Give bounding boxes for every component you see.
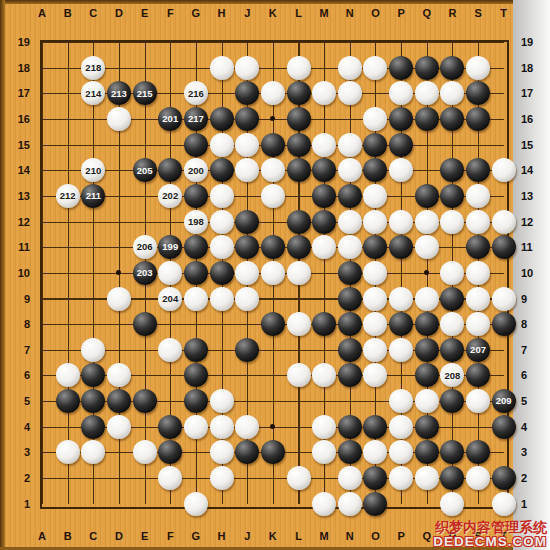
coord-label-left-1: 1 [8,497,30,511]
coord-label-top-J: J [234,7,260,19]
white-stone-S18[interactable] [466,56,490,80]
white-stone-O16[interactable] [363,107,387,131]
black-stone-R3[interactable] [440,440,464,464]
white-stone-K13[interactable] [261,184,285,208]
white-stone-N11[interactable] [338,235,362,259]
black-stone-R5[interactable] [440,389,464,413]
white-stone-J15[interactable] [235,133,259,157]
black-stone-K3[interactable] [261,440,285,464]
white-stone-C18[interactable]: 218 [81,56,105,80]
white-stone-Q2[interactable] [415,466,439,490]
black-stone-R18[interactable] [440,56,464,80]
black-stone-O15[interactable] [363,133,387,157]
move-number-217: 217 [188,114,204,124]
white-stone-M4[interactable] [312,415,336,439]
black-stone-L15[interactable] [287,133,311,157]
coord-label-right-10: 10 [521,266,543,280]
coord-label-right-17: 17 [521,86,543,100]
black-stone-C4[interactable] [81,415,105,439]
coord-label-right-5: 5 [521,394,543,408]
white-stone-P4[interactable] [389,415,413,439]
move-number-216: 216 [188,89,204,99]
coord-label-left-11: 11 [8,240,30,254]
black-stone-Q18[interactable] [415,56,439,80]
coord-label-right-1: 1 [521,497,543,511]
white-stone-E11[interactable]: 206 [133,235,157,259]
coord-label-top-Q: Q [414,7,440,19]
coord-label-right-18: 18 [521,61,543,75]
black-stone-E5[interactable] [133,389,157,413]
black-stone-J17[interactable] [235,81,259,105]
coord-label-left-7: 7 [8,343,30,357]
coord-label-left-13: 13 [8,189,30,203]
move-number-209: 209 [496,396,512,406]
coord-label-right-3: 3 [521,445,543,459]
white-stone-M11[interactable] [312,235,336,259]
white-stone-B3[interactable] [56,440,80,464]
coord-label-left-9: 9 [8,292,30,306]
white-stone-L10[interactable] [287,261,311,285]
coord-label-top-H: H [209,7,235,19]
white-stone-G1[interactable] [184,492,208,516]
move-number-201: 201 [162,114,178,124]
coord-label-bottom-H: H [209,530,235,542]
coord-label-bottom-K: K [260,530,286,542]
black-stone-F14[interactable] [158,158,182,182]
white-stone-R1[interactable] [440,492,464,516]
black-stone-T8[interactable] [492,312,516,336]
move-number-210: 210 [85,166,101,176]
coord-label-left-6: 6 [8,368,30,382]
black-stone-Q8[interactable] [415,312,439,336]
white-stone-C7[interactable] [81,338,105,362]
white-stone-P14[interactable] [389,158,413,182]
black-stone-O2[interactable] [363,466,387,490]
white-stone-G9[interactable] [184,287,208,311]
black-stone-S6[interactable] [466,363,490,387]
black-stone-G15[interactable] [184,133,208,157]
white-stone-E3[interactable] [133,440,157,464]
black-stone-E17[interactable]: 215 [133,81,157,105]
white-stone-D16[interactable] [107,107,131,131]
white-stone-D9[interactable] [107,287,131,311]
black-stone-G5[interactable] [184,389,208,413]
coord-label-top-S: S [465,7,491,19]
coord-label-bottom-P: P [388,530,414,542]
black-stone-J12[interactable] [235,210,259,234]
black-stone-R14[interactable] [440,158,464,182]
coord-label-top-P: P [388,7,414,19]
white-stone-O9[interactable] [363,287,387,311]
black-stone-O11[interactable] [363,235,387,259]
black-stone-C6[interactable] [81,363,105,387]
move-number-207: 207 [470,345,486,355]
coord-label-bottom-L: L [286,530,312,542]
coord-label-right-11: 11 [521,240,543,254]
black-stone-M13[interactable] [312,184,336,208]
white-stone-L6[interactable] [287,363,311,387]
watermark-chinese-text: 织梦内容管理系统 [433,520,547,535]
white-stone-P17[interactable] [389,81,413,105]
white-stone-R6[interactable]: 208 [440,363,464,387]
black-stone-S3[interactable] [466,440,490,464]
white-stone-J4[interactable] [235,415,259,439]
coord-label-right-6: 6 [521,368,543,382]
black-stone-Q6[interactable] [415,363,439,387]
white-stone-G4[interactable] [184,415,208,439]
black-stone-K8[interactable] [261,312,285,336]
black-stone-S16[interactable] [466,107,490,131]
white-stone-M6[interactable] [312,363,336,387]
white-stone-H12[interactable] [210,210,234,234]
black-stone-N6[interactable] [338,363,362,387]
white-stone-N18[interactable] [338,56,362,80]
white-stone-S10[interactable] [466,261,490,285]
black-stone-G13[interactable] [184,184,208,208]
coord-label-bottom-O: O [362,530,388,542]
white-stone-K10[interactable] [261,261,285,285]
white-stone-J14[interactable] [235,158,259,182]
move-number-202: 202 [162,191,178,201]
white-stone-F7[interactable] [158,338,182,362]
white-stone-N12[interactable] [338,210,362,234]
white-stone-P2[interactable] [389,466,413,490]
white-stone-J18[interactable] [235,56,259,80]
coord-label-top-A: A [29,7,55,19]
coord-label-left-12: 12 [8,215,30,229]
black-stone-R16[interactable] [440,107,464,131]
coord-label-top-N: N [337,7,363,19]
coord-label-left-17: 17 [8,86,30,100]
move-number-218: 218 [85,63,101,73]
white-stone-M17[interactable] [312,81,336,105]
coord-label-right-14: 14 [521,163,543,177]
coord-label-left-14: 14 [8,163,30,177]
black-stone-O14[interactable] [363,158,387,182]
coord-label-bottom-N: N [337,530,363,542]
black-stone-T2[interactable] [492,466,516,490]
white-stone-O8[interactable] [363,312,387,336]
white-stone-N1[interactable] [338,492,362,516]
coord-label-left-10: 10 [8,266,30,280]
black-stone-J3[interactable] [235,440,259,464]
white-stone-M1[interactable] [312,492,336,516]
white-stone-O18[interactable] [363,56,387,80]
coord-label-bottom-C: C [80,530,106,542]
coord-label-top-C: C [80,7,106,19]
white-stone-R10[interactable] [440,261,464,285]
white-stone-O7[interactable] [363,338,387,362]
white-stone-H18[interactable] [210,56,234,80]
white-stone-H4[interactable] [210,415,234,439]
black-stone-T11[interactable] [492,235,516,259]
white-stone-N15[interactable] [338,133,362,157]
star-point-K16 [270,116,275,121]
black-stone-N13[interactable] [338,184,362,208]
white-stone-H15[interactable] [210,133,234,157]
white-stone-G17[interactable]: 216 [184,81,208,105]
white-stone-R12[interactable] [440,210,464,234]
white-stone-Q17[interactable] [415,81,439,105]
black-stone-P18[interactable] [389,56,413,80]
move-number-212: 212 [60,191,76,201]
black-stone-G10[interactable] [184,261,208,285]
white-stone-D4[interactable] [107,415,131,439]
move-number-206: 206 [137,242,153,252]
coord-label-right-12: 12 [521,215,543,229]
black-stone-D17[interactable]: 213 [107,81,131,105]
star-point-D10 [116,270,121,275]
black-stone-C5[interactable] [81,389,105,413]
black-stone-B5[interactable] [56,389,80,413]
black-stone-T4[interactable] [492,415,516,439]
move-number-198: 198 [188,217,204,227]
white-stone-P9[interactable] [389,287,413,311]
white-stone-L8[interactable] [287,312,311,336]
coord-label-left-18: 18 [8,61,30,75]
white-stone-Q9[interactable] [415,287,439,311]
coord-label-left-19: 19 [8,35,30,49]
coord-label-top-T: T [491,7,517,19]
white-stone-P7[interactable] [389,338,413,362]
white-stone-K14[interactable] [261,158,285,182]
black-stone-R7[interactable] [440,338,464,362]
black-stone-L14[interactable] [287,158,311,182]
black-stone-Q13[interactable] [415,184,439,208]
white-stone-O10[interactable] [363,261,387,285]
black-stone-O1[interactable] [363,492,387,516]
black-stone-S7[interactable]: 207 [466,338,490,362]
move-number-205: 205 [137,166,153,176]
watermark: 织梦内容管理系统 DEDECMS.COM [433,520,547,549]
black-stone-J11[interactable] [235,235,259,259]
black-stone-E14[interactable]: 205 [133,158,157,182]
star-point-Q10 [424,270,429,275]
white-stone-B6[interactable] [56,363,80,387]
white-stone-F9[interactable]: 204 [158,287,182,311]
white-stone-J10[interactable] [235,261,259,285]
white-stone-P12[interactable] [389,210,413,234]
black-stone-Q4[interactable] [415,415,439,439]
white-stone-B13[interactable]: 212 [56,184,80,208]
white-stone-S9[interactable] [466,287,490,311]
move-number-208: 208 [444,371,460,381]
black-stone-M8[interactable] [312,312,336,336]
black-stone-N7[interactable] [338,338,362,362]
coord-label-top-E: E [132,7,158,19]
white-stone-S13[interactable] [466,184,490,208]
white-stone-P5[interactable] [389,389,413,413]
black-stone-P8[interactable] [389,312,413,336]
white-stone-H3[interactable] [210,440,234,464]
white-stone-T1[interactable] [492,492,516,516]
coord-label-right-13: 13 [521,189,543,203]
coord-label-bottom-A: A [29,530,55,542]
move-number-214: 214 [85,89,101,99]
black-stone-E10[interactable]: 203 [133,261,157,285]
black-stone-Q7[interactable] [415,338,439,362]
coord-label-bottom-J: J [234,530,260,542]
coord-label-top-D: D [106,7,132,19]
black-stone-F3[interactable] [158,440,182,464]
black-stone-G6[interactable] [184,363,208,387]
coord-label-left-5: 5 [8,394,30,408]
black-stone-Q16[interactable] [415,107,439,131]
white-stone-M3[interactable] [312,440,336,464]
black-stone-N10[interactable] [338,261,362,285]
black-stone-F11[interactable]: 199 [158,235,182,259]
white-stone-F13[interactable]: 202 [158,184,182,208]
white-stone-P3[interactable] [389,440,413,464]
black-stone-P15[interactable] [389,133,413,157]
coord-label-right-4: 4 [521,420,543,434]
white-stone-G12[interactable]: 198 [184,210,208,234]
black-stone-S14[interactable] [466,158,490,182]
black-stone-G7[interactable] [184,338,208,362]
star-point-K4 [270,424,275,429]
black-stone-K11[interactable] [261,235,285,259]
black-stone-H10[interactable] [210,261,234,285]
white-stone-N14[interactable] [338,158,362,182]
white-stone-O13[interactable] [363,184,387,208]
black-stone-R2[interactable] [440,466,464,490]
black-stone-Q3[interactable] [415,440,439,464]
white-stone-J9[interactable] [235,287,259,311]
move-number-199: 199 [162,242,178,252]
white-stone-H2[interactable] [210,466,234,490]
coord-label-top-L: L [286,7,312,19]
white-stone-C17[interactable]: 214 [81,81,105,105]
black-stone-F16[interactable]: 201 [158,107,182,131]
white-stone-T14[interactable] [492,158,516,182]
coord-label-top-O: O [362,7,388,19]
black-stone-H16[interactable] [210,107,234,131]
black-stone-J7[interactable] [235,338,259,362]
white-stone-Q5[interactable] [415,389,439,413]
coord-label-right-7: 7 [521,343,543,357]
black-stone-N3[interactable] [338,440,362,464]
white-stone-M15[interactable] [312,133,336,157]
coord-label-top-R: R [439,7,465,19]
move-number-200: 200 [188,166,204,176]
coord-label-left-8: 8 [8,317,30,331]
white-stone-H9[interactable] [210,287,234,311]
black-stone-R13[interactable] [440,184,464,208]
coord-label-left-4: 4 [8,420,30,434]
black-stone-G11[interactable] [184,235,208,259]
black-stone-K15[interactable] [261,133,285,157]
coord-label-left-2: 2 [8,471,30,485]
white-stone-O12[interactable] [363,210,387,234]
move-number-215: 215 [137,89,153,99]
coord-label-bottom-B: B [55,530,81,542]
black-stone-P11[interactable] [389,235,413,259]
white-stone-L2[interactable] [287,466,311,490]
white-stone-R8[interactable] [440,312,464,336]
coord-label-bottom-G: G [183,530,209,542]
white-stone-S12[interactable] [466,210,490,234]
white-stone-O3[interactable] [363,440,387,464]
black-stone-S17[interactable] [466,81,490,105]
black-stone-O4[interactable] [363,415,387,439]
white-stone-N17[interactable] [338,81,362,105]
black-stone-H14[interactable] [210,158,234,182]
white-stone-G14[interactable]: 200 [184,158,208,182]
black-stone-N8[interactable] [338,312,362,336]
coord-label-left-15: 15 [8,138,30,152]
white-stone-S2[interactable] [466,466,490,490]
black-stone-M12[interactable] [312,210,336,234]
coord-label-right-8: 8 [521,317,543,331]
black-stone-L11[interactable] [287,235,311,259]
coord-label-top-M: M [311,7,337,19]
coord-label-bottom-F: F [157,530,183,542]
coord-label-left-16: 16 [8,112,30,126]
white-stone-S8[interactable] [466,312,490,336]
goban[interactable]: AABBCCDDEEFFGGHHJJKKLLMMNNOOPPQQRRSSTT19… [0,0,550,550]
black-stone-D5[interactable] [107,389,131,413]
go-board-screenshot: AABBCCDDEEFFGGHHJJKKLLMMNNOOPPQQRRSSTT19… [0,0,550,550]
coord-label-right-15: 15 [521,138,543,152]
white-stone-C14[interactable]: 210 [81,158,105,182]
coord-label-right-9: 9 [521,292,543,306]
white-stone-F2[interactable] [158,466,182,490]
move-number-213: 213 [111,89,127,99]
move-number-204: 204 [162,294,178,304]
coord-label-top-K: K [260,7,286,19]
coord-label-bottom-M: M [311,530,337,542]
black-stone-R9[interactable] [440,287,464,311]
black-stone-L17[interactable] [287,81,311,105]
black-stone-P16[interactable] [389,107,413,131]
black-stone-E8[interactable] [133,312,157,336]
white-stone-D6[interactable] [107,363,131,387]
white-stone-T9[interactable] [492,287,516,311]
coord-label-top-G: G [183,7,209,19]
white-stone-Q12[interactable] [415,210,439,234]
black-stone-L12[interactable] [287,210,311,234]
move-number-211: 211 [86,191,101,201]
white-stone-H11[interactable] [210,235,234,259]
white-stone-F10[interactable] [158,261,182,285]
coord-label-bottom-E: E [132,530,158,542]
black-stone-C13[interactable]: 211 [81,184,105,208]
black-stone-G16[interactable]: 217 [184,107,208,131]
white-stone-T12[interactable] [492,210,516,234]
white-stone-Q11[interactable] [415,235,439,259]
black-stone-J16[interactable] [235,107,259,131]
black-stone-T5[interactable]: 209 [492,389,516,413]
white-stone-S5[interactable] [466,389,490,413]
white-stone-H13[interactable] [210,184,234,208]
white-stone-O6[interactable] [363,363,387,387]
white-stone-N2[interactable] [338,466,362,490]
coord-label-right-19: 19 [521,35,543,49]
black-stone-L16[interactable] [287,107,311,131]
white-stone-H5[interactable] [210,389,234,413]
white-stone-R17[interactable] [440,81,464,105]
white-stone-C3[interactable] [81,440,105,464]
black-stone-F4[interactable] [158,415,182,439]
move-number-203: 203 [137,268,153,278]
black-stone-S11[interactable] [466,235,490,259]
black-stone-N4[interactable] [338,415,362,439]
white-stone-K17[interactable] [261,81,285,105]
black-stone-M14[interactable] [312,158,336,182]
black-stone-N9[interactable] [338,287,362,311]
coord-label-top-F: F [157,7,183,19]
white-stone-L18[interactable] [287,56,311,80]
